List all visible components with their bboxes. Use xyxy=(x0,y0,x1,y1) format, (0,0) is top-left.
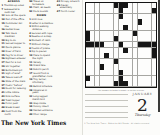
grid-cell xyxy=(128,3,132,8)
grid-cell xyxy=(123,8,127,13)
grid-cell xyxy=(86,53,90,58)
note-line xyxy=(85,106,128,107)
grid-cell xyxy=(95,31,99,36)
grid-cell xyxy=(95,76,99,81)
grid-cell-black xyxy=(86,31,90,36)
grid-cell xyxy=(109,76,113,81)
calendar-spread: ACROSS1 Thumbs-up votes7 Seaweed at a su… xyxy=(0,0,160,135)
clue-text: Rink surface xyxy=(6,95,20,98)
weekday-label: Thursday xyxy=(128,113,157,117)
clue-text: Gust from the north xyxy=(5,110,22,116)
grid-cell xyxy=(95,53,99,58)
clue-text: Robin's perch xyxy=(33,68,49,71)
crossword-grid xyxy=(85,2,158,88)
grid-cell xyxy=(86,19,90,24)
grid-cell xyxy=(128,8,132,13)
grid-cell xyxy=(109,3,113,8)
grid-cell xyxy=(142,48,146,53)
clue-text: Colony insect xyxy=(33,105,48,108)
clue-text: Moment of calm xyxy=(32,39,51,42)
page-edge-shadow xyxy=(158,0,160,112)
clue-text: Bottomless pit xyxy=(6,69,23,72)
clue-text: Behind schedule xyxy=(33,85,52,88)
grid-cell xyxy=(133,64,137,69)
clue-text: Flock sounds xyxy=(33,10,48,13)
grid-cell xyxy=(119,64,123,69)
clue-text: Room for relaxing xyxy=(6,87,26,90)
grid-cell xyxy=(147,14,151,19)
grid-cell xyxy=(114,31,118,36)
grid-cell xyxy=(104,70,108,75)
clue-text: Take a load off xyxy=(6,76,23,79)
grid-cell xyxy=(104,42,108,47)
grid-cell-black xyxy=(119,70,123,75)
grid-cell xyxy=(86,64,90,69)
clue-text: Until now xyxy=(32,18,43,21)
grid-cell xyxy=(100,59,104,64)
grid-cell xyxy=(90,59,94,64)
grid-cell xyxy=(95,81,99,86)
grid-cell xyxy=(100,36,104,41)
grid-cell xyxy=(123,64,127,69)
grid-cell xyxy=(133,25,137,30)
grid-cell xyxy=(142,25,146,30)
clue-text: Sigh of relief xyxy=(6,72,21,75)
grid-cell-black xyxy=(114,81,118,86)
grid-cell xyxy=(138,70,142,75)
grid-cell xyxy=(152,19,156,24)
grid-cell xyxy=(147,31,151,36)
grid-cell xyxy=(90,3,94,8)
grid-cell xyxy=(104,81,108,86)
grid-cell xyxy=(100,3,104,8)
grid-cell xyxy=(90,76,94,81)
grid-cell xyxy=(147,8,151,13)
grid-cell xyxy=(100,31,104,36)
clue-text: Herbal brew xyxy=(6,28,20,31)
grid-cell xyxy=(100,53,104,58)
grid-cell xyxy=(104,36,108,41)
grid-cell xyxy=(95,14,99,19)
grid-cell-black xyxy=(123,3,127,8)
grid-cell xyxy=(133,59,137,64)
grid-cell-black xyxy=(142,42,146,47)
note-line xyxy=(85,112,128,113)
grid-cell xyxy=(147,3,151,8)
clue-text: Peg for a driver xyxy=(6,54,24,57)
grid-cell xyxy=(104,25,108,30)
grid-cell xyxy=(114,14,118,19)
grid-cell xyxy=(114,64,118,69)
grid-cell xyxy=(95,25,99,30)
grid-cell-black xyxy=(133,31,137,36)
grid-cell-black xyxy=(119,76,123,81)
grid-cell xyxy=(128,14,132,19)
grid-cell xyxy=(142,76,146,81)
grid-cell xyxy=(114,25,118,30)
grid-cell xyxy=(133,76,137,81)
grid-cell xyxy=(147,76,151,81)
grid-cell xyxy=(128,19,132,24)
date-block: JANUARY 2 Thursday xyxy=(128,92,157,117)
clue-text: Out of the office xyxy=(6,18,25,21)
grid-cell xyxy=(100,70,104,75)
grid-cell-black xyxy=(114,3,118,8)
clue-text: Wide of the mark xyxy=(6,80,26,83)
grid-cell xyxy=(142,81,146,86)
clue-text: Seaweed at a sushi bar xyxy=(4,8,20,14)
grid-cell xyxy=(128,31,132,36)
grid-cell xyxy=(109,53,113,58)
grid-cell xyxy=(100,48,104,53)
grid-cell-black xyxy=(114,59,118,64)
grid-cell xyxy=(152,36,156,41)
grid-cell-black xyxy=(119,8,123,13)
grid-cell xyxy=(109,70,113,75)
clue-text: Choir range xyxy=(33,113,46,116)
day-number: 2 xyxy=(128,97,157,113)
grid-cell xyxy=(133,14,137,19)
grid-cell-black xyxy=(119,42,123,47)
grid-cell xyxy=(90,36,94,41)
grid-cell xyxy=(147,19,151,24)
grid-cell xyxy=(142,19,146,24)
clue-text: Place to spend the night xyxy=(32,54,50,60)
grid-cell xyxy=(138,3,142,8)
grid-cell xyxy=(90,53,94,58)
grid-cell xyxy=(104,59,108,64)
grid-cell-black xyxy=(100,64,104,69)
grid-cell xyxy=(119,31,123,36)
grid-cell xyxy=(86,14,90,19)
grid-cell xyxy=(104,8,108,13)
clue-text: Den for a lion xyxy=(6,61,22,64)
grid-cell xyxy=(133,3,137,8)
grid-cell-black xyxy=(152,8,156,13)
grid-cell xyxy=(138,31,142,36)
grid-cell-black xyxy=(147,42,151,47)
grid-cell xyxy=(95,36,99,41)
grid-cell xyxy=(152,14,156,19)
grid-cell xyxy=(128,76,132,81)
clue-text: Big to-do xyxy=(6,39,16,42)
note-line xyxy=(85,94,128,95)
grid-cell-black xyxy=(152,42,156,47)
grid-cell xyxy=(142,59,146,64)
grid-cell xyxy=(142,70,146,75)
grid-cell xyxy=(142,53,146,58)
grid-cell-black xyxy=(95,42,99,47)
grid-cell xyxy=(152,31,156,36)
grid-cell-black xyxy=(86,36,90,41)
grid-cell xyxy=(104,31,108,36)
grid-cell xyxy=(119,48,123,53)
grid-cell xyxy=(86,70,90,75)
grid-cell xyxy=(100,19,104,24)
note-line xyxy=(85,100,128,101)
clue-text: Within walking distance xyxy=(32,25,49,31)
clue-text: Plant, as seeds xyxy=(33,6,50,9)
grid-cell xyxy=(109,25,113,30)
grid-cell xyxy=(147,53,151,58)
grid-cell xyxy=(147,64,151,69)
grid-cell xyxy=(104,48,108,53)
grid-cell xyxy=(152,25,156,30)
grid-cell xyxy=(142,31,146,36)
grid-cell xyxy=(142,14,146,19)
grid-cell xyxy=(128,42,132,47)
grid-cell xyxy=(109,19,113,24)
grid-cell xyxy=(152,70,156,75)
grid-cell xyxy=(100,25,104,30)
clue-text: Sound from a grandfather clock xyxy=(32,72,52,78)
note-line xyxy=(85,117,128,118)
grid-cell xyxy=(152,59,156,64)
clue-text: Eighteen-wheeler xyxy=(6,57,26,60)
grid-cell xyxy=(100,81,104,86)
clue-columns: ACROSS1 Thumbs-up votes7 Seaweed at a su… xyxy=(2,1,82,117)
grid-cell xyxy=(138,76,142,81)
clue-text: Poetic "before" xyxy=(6,84,23,87)
clue-text: Travel on horseback xyxy=(32,0,44,6)
grid-cell xyxy=(147,25,151,30)
grid-cell xyxy=(90,48,94,53)
grid-cell-black xyxy=(86,42,90,47)
grid-cell xyxy=(123,70,127,75)
grid-cell xyxy=(138,59,142,64)
grid-cell xyxy=(147,48,151,53)
grid-cell xyxy=(119,19,123,24)
clue-text: Advances in years xyxy=(32,89,47,95)
clue-text: Break bread xyxy=(6,106,20,109)
grid-cell xyxy=(133,42,137,47)
grid-cell xyxy=(86,3,90,8)
grid-cell xyxy=(109,64,113,69)
grid-cell xyxy=(104,3,108,8)
clue-text: River of Paris xyxy=(6,50,21,53)
grid-cell-black xyxy=(104,53,108,58)
grid-cell xyxy=(123,59,127,64)
clue-item: 40 Choir range xyxy=(29,114,54,117)
grid-cell-black xyxy=(90,42,94,47)
grid-cell xyxy=(138,48,142,53)
grid-cell xyxy=(109,36,113,41)
grid-cell xyxy=(152,81,156,86)
grid-cell-black xyxy=(138,19,142,24)
grid-cell xyxy=(109,8,113,13)
grid-cell-black xyxy=(86,76,90,81)
clues-page: ACROSS1 Thumbs-up votes7 Seaweed at a su… xyxy=(0,0,82,135)
clue-text: Thumbs-up votes xyxy=(4,4,24,7)
clue-text: Without charge xyxy=(32,43,50,46)
grid-cell xyxy=(90,14,94,19)
grid-cell-black xyxy=(152,53,156,58)
clue-text: Stir together xyxy=(6,65,21,68)
grid-cell xyxy=(133,53,137,58)
grid-cell xyxy=(109,81,113,86)
grid-cell xyxy=(142,64,146,69)
grid-cell xyxy=(95,19,99,24)
clue-text: Variety xyxy=(33,61,41,64)
grid-cell xyxy=(152,76,156,81)
grid-cell xyxy=(128,48,132,53)
grid-cell xyxy=(128,53,132,58)
grid-cell xyxy=(133,70,137,75)
grid-cell-black xyxy=(152,48,156,53)
grid-cell xyxy=(138,64,142,69)
grid-cell xyxy=(128,25,132,30)
clue-text: Occupy a bench xyxy=(61,0,80,3)
grid-cell xyxy=(104,19,108,24)
grid-cell xyxy=(95,59,99,64)
grid-cell xyxy=(152,3,156,8)
grid-cell xyxy=(104,64,108,69)
clue-text: Served supper to xyxy=(6,42,26,45)
grid-cell xyxy=(95,48,99,53)
grid-cell xyxy=(138,53,142,58)
clue-text: Picnic pest xyxy=(6,102,18,105)
grid-cell xyxy=(109,42,113,47)
grid-cell xyxy=(100,8,104,13)
clue-text: Talk like a madman xyxy=(5,32,17,38)
grid-cell xyxy=(119,36,123,41)
grid-cell xyxy=(90,25,94,30)
grid-cell xyxy=(86,48,90,53)
clue-text: Little nibble xyxy=(6,91,20,94)
grid-cell xyxy=(138,14,142,19)
grid-cell xyxy=(123,42,127,47)
grid-cell xyxy=(128,64,132,69)
clue-text: Long-legged marsh bird xyxy=(32,95,47,101)
grid-cell xyxy=(147,36,151,41)
clue-text: Garden entrance xyxy=(33,109,52,112)
grid-cell xyxy=(114,19,118,24)
grid-cell xyxy=(138,36,142,41)
grid-cell xyxy=(138,81,142,86)
grid-cell xyxy=(138,8,142,13)
clue-text: Rip to pieces xyxy=(32,50,47,53)
grid-cell xyxy=(90,8,94,13)
grid-cell-black xyxy=(138,42,142,47)
grid-cell xyxy=(104,14,108,19)
clue-text: Tiny terrier, informally xyxy=(32,78,46,84)
clue-text: Secures with rope xyxy=(32,32,53,35)
grid-cell xyxy=(133,19,137,24)
grid-cell xyxy=(119,53,123,58)
clue-text: Porch cooler xyxy=(61,10,75,13)
grid-cell xyxy=(123,31,127,36)
grid-cell xyxy=(133,8,137,13)
grid-cell xyxy=(86,25,90,30)
clue-text: Commuter rail line xyxy=(5,22,23,28)
grid-cell xyxy=(109,59,113,64)
grid-cell xyxy=(128,59,132,64)
grid-cell xyxy=(86,81,90,86)
grid-cell xyxy=(114,48,118,53)
grid-cell xyxy=(109,48,113,53)
grid-cell xyxy=(123,19,127,24)
grid-cell xyxy=(90,81,94,86)
grid-cell xyxy=(114,76,118,81)
grid-cell xyxy=(128,70,132,75)
grid-cell-black xyxy=(119,14,123,19)
grid-cell xyxy=(147,81,151,86)
grid-cell xyxy=(147,70,151,75)
grid-cell-black xyxy=(119,81,123,86)
clue-item: 47 Porch cooler xyxy=(57,11,82,14)
grid-cell xyxy=(119,25,123,30)
clue-text: Step inside xyxy=(33,102,46,105)
grid-cell xyxy=(86,59,90,64)
grid-cell-black xyxy=(123,25,127,30)
grid-cell xyxy=(147,59,151,64)
grid-cell-black xyxy=(100,42,104,47)
grid-cell xyxy=(100,76,104,81)
grid-cell xyxy=(100,14,104,19)
clue-text: Poems of praise xyxy=(32,47,50,50)
grid-cell xyxy=(128,81,132,86)
clue-text: Needle on a map xyxy=(32,35,52,38)
clue-text: Letter in a mailbox xyxy=(32,22,54,25)
grid-cell-black xyxy=(123,48,127,53)
grid-cell xyxy=(133,48,137,53)
clue-text: Caviar, essentially xyxy=(60,4,72,10)
grid-cell xyxy=(142,3,146,8)
grid-cell xyxy=(119,59,123,64)
grid-cell xyxy=(123,14,127,19)
grid-cell xyxy=(152,64,156,69)
copyright-line: © The New York Times · Edited by Will Sh… xyxy=(84,122,157,124)
grid-cell xyxy=(114,70,118,75)
grid-cell xyxy=(109,31,113,36)
grid-cell xyxy=(142,8,146,13)
clue-text: Solo at the opera xyxy=(6,14,26,17)
grid-cell xyxy=(95,70,99,75)
grid-cell xyxy=(114,42,118,47)
clue-text: Toast topper xyxy=(6,99,20,102)
grid-cell xyxy=(123,76,127,81)
grid-cell-black xyxy=(123,81,127,86)
grid-cell xyxy=(133,81,137,86)
grid-cell xyxy=(142,36,146,41)
grid-cell xyxy=(138,25,142,30)
grid-cell xyxy=(90,70,94,75)
grid-cell xyxy=(128,36,132,41)
grid-cell xyxy=(123,36,127,41)
grid-cell xyxy=(95,64,99,69)
clue-text: Quick glance xyxy=(6,46,21,49)
clue-item: 49 Gust from the north xyxy=(2,111,27,116)
grid-cell xyxy=(114,53,118,58)
grid-cell xyxy=(90,31,94,36)
nyt-logo: The New York Times xyxy=(1,119,43,126)
grid-cell-black xyxy=(119,3,123,8)
grid-cell xyxy=(86,8,90,13)
grid-cell xyxy=(95,3,99,8)
grid-cell xyxy=(123,53,127,58)
grid-cell-black xyxy=(114,36,118,41)
grid-cell xyxy=(133,36,137,41)
grid-cell xyxy=(114,8,118,13)
clue-text: Grand tale xyxy=(33,64,45,67)
grid-cell xyxy=(104,76,108,81)
grid-cell xyxy=(90,19,94,24)
grid-cell xyxy=(95,8,99,13)
grid-cell xyxy=(109,14,113,19)
grid-caption: The answer to today's puzzle is on the r… xyxy=(90,89,152,91)
grid-cell xyxy=(90,64,94,69)
